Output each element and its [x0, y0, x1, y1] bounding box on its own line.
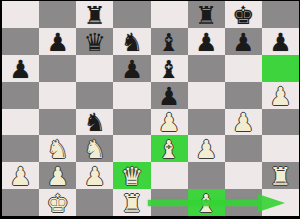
square-a8[interactable]: [2, 1, 39, 28]
square-a7[interactable]: [2, 28, 39, 55]
square-f5[interactable]: [188, 82, 225, 109]
square-c3[interactable]: ♞: [76, 135, 113, 162]
square-b1[interactable]: ♚: [39, 189, 76, 216]
square-a3[interactable]: [2, 135, 39, 162]
square-b6[interactable]: [39, 55, 76, 82]
black-knight[interactable]: ♞: [84, 110, 106, 135]
square-b4[interactable]: [39, 109, 76, 136]
square-f2[interactable]: [188, 162, 225, 189]
black-pawn[interactable]: ♟: [158, 84, 180, 109]
white-pawn[interactable]: ♟: [158, 110, 180, 135]
square-b5[interactable]: [39, 82, 76, 109]
square-a4[interactable]: [2, 109, 39, 136]
square-b8[interactable]: [39, 1, 76, 28]
square-a2[interactable]: ♟: [2, 162, 39, 189]
square-c1[interactable]: [76, 189, 113, 216]
black-pawn[interactable]: ♟: [121, 57, 143, 82]
black-king[interactable]: ♚: [232, 3, 254, 28]
square-d3[interactable]: [113, 135, 150, 162]
white-pawn[interactable]: ♟: [195, 137, 217, 162]
square-g5[interactable]: [225, 82, 262, 109]
square-h1[interactable]: [262, 189, 299, 216]
square-g3[interactable]: [225, 135, 262, 162]
black-rook[interactable]: ♜: [84, 3, 106, 28]
square-d6[interactable]: ♟: [113, 55, 150, 82]
white-pawn[interactable]: ♟: [84, 164, 106, 189]
square-b2[interactable]: ♟: [39, 162, 76, 189]
square-g8[interactable]: ♚: [225, 1, 262, 28]
square-e3[interactable]: ♝: [151, 135, 188, 162]
square-d4[interactable]: [113, 109, 150, 136]
square-d7[interactable]: ♞: [113, 28, 150, 55]
square-e6[interactable]: ♝: [151, 55, 188, 82]
square-h6[interactable]: [262, 55, 299, 82]
square-d1[interactable]: ♜: [113, 189, 150, 216]
square-g2[interactable]: [225, 162, 262, 189]
square-e5[interactable]: ♟: [151, 82, 188, 109]
white-knight[interactable]: ♞: [84, 137, 106, 162]
white-bishop[interactable]: ♝: [195, 191, 217, 216]
black-pawn[interactable]: ♟: [232, 30, 254, 55]
square-e4[interactable]: ♟: [151, 109, 188, 136]
square-b3[interactable]: ♞: [39, 135, 76, 162]
chess-app-screenshot: ♜♜♚♟♛♞♝♟♟♟♟♟♝♟♟♞♟♟♞♞♝♟♟♟♟♛♜♚♜♝: [0, 0, 300, 219]
square-d8[interactable]: [113, 1, 150, 28]
black-pawn[interactable]: ♟: [269, 30, 291, 55]
square-g4[interactable]: ♟: [225, 109, 262, 136]
square-b7[interactable]: ♟: [39, 28, 76, 55]
square-e2[interactable]: [151, 162, 188, 189]
square-a5[interactable]: [2, 82, 39, 109]
square-f8[interactable]: ♜: [188, 1, 225, 28]
white-rook[interactable]: ♜: [121, 191, 143, 216]
white-pawn[interactable]: ♟: [46, 164, 68, 189]
black-knight[interactable]: ♞: [121, 30, 143, 55]
white-pawn[interactable]: ♟: [269, 84, 291, 109]
square-f6[interactable]: [188, 55, 225, 82]
square-d2[interactable]: ♛: [113, 162, 150, 189]
black-bishop[interactable]: ♝: [158, 57, 180, 82]
black-rook[interactable]: ♜: [195, 3, 217, 28]
square-h8[interactable]: [262, 1, 299, 28]
square-c6[interactable]: [76, 55, 113, 82]
white-bishop[interactable]: ♝: [158, 137, 180, 162]
white-knight[interactable]: ♞: [46, 137, 68, 162]
square-c7[interactable]: ♛: [76, 28, 113, 55]
black-queen[interactable]: ♛: [84, 30, 106, 55]
square-e7[interactable]: ♝: [151, 28, 188, 55]
square-c2[interactable]: ♟: [76, 162, 113, 189]
square-g6[interactable]: [225, 55, 262, 82]
square-g1[interactable]: [225, 189, 262, 216]
black-bishop[interactable]: ♝: [158, 30, 180, 55]
black-pawn[interactable]: ♟: [9, 57, 31, 82]
square-f1[interactable]: ♝: [188, 189, 225, 216]
square-d5[interactable]: [113, 82, 150, 109]
square-e1[interactable]: [151, 189, 188, 216]
black-pawn[interactable]: ♟: [195, 30, 217, 55]
white-rook[interactable]: ♜: [269, 164, 291, 189]
square-h2[interactable]: ♜: [262, 162, 299, 189]
chess-board: ♜♜♚♟♛♞♝♟♟♟♟♟♝♟♟♞♟♟♞♞♝♟♟♟♟♛♜♚♜♝: [2, 1, 299, 216]
white-queen[interactable]: ♛: [121, 164, 143, 189]
square-h7[interactable]: ♟: [262, 28, 299, 55]
white-pawn[interactable]: ♟: [232, 110, 254, 135]
square-h3[interactable]: [262, 135, 299, 162]
square-c4[interactable]: ♞: [76, 109, 113, 136]
square-c5[interactable]: [76, 82, 113, 109]
black-pawn[interactable]: ♟: [46, 30, 68, 55]
square-f4[interactable]: [188, 109, 225, 136]
square-a6[interactable]: ♟: [2, 55, 39, 82]
square-c8[interactable]: ♜: [76, 1, 113, 28]
square-f7[interactable]: ♟: [188, 28, 225, 55]
square-g7[interactable]: ♟: [225, 28, 262, 55]
white-king[interactable]: ♚: [46, 191, 68, 216]
white-pawn[interactable]: ♟: [9, 164, 31, 189]
square-h5[interactable]: ♟: [262, 82, 299, 109]
square-h4[interactable]: [262, 109, 299, 136]
square-f3[interactable]: ♟: [188, 135, 225, 162]
square-a1[interactable]: [2, 189, 39, 216]
square-e8[interactable]: [151, 1, 188, 28]
